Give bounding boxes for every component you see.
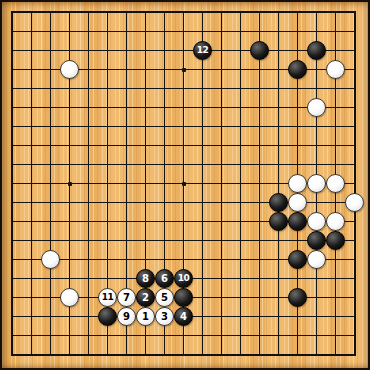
white-stone — [307, 250, 326, 269]
move-number-label: 2 — [142, 292, 149, 302]
black-stone — [250, 41, 269, 60]
black-stone — [288, 288, 307, 307]
white-stone-move-1: 1 — [136, 307, 155, 326]
black-stone-move-2: 2 — [136, 288, 155, 307]
black-stone-move-12: 12 — [193, 41, 212, 60]
black-stone — [269, 212, 288, 231]
white-stone-move-11: 11 — [98, 288, 117, 307]
black-stone — [269, 193, 288, 212]
white-stone — [307, 212, 326, 231]
stones-grid: 128610117259134 — [3, 3, 364, 364]
white-stone — [60, 288, 79, 307]
black-stone-move-10: 10 — [174, 269, 193, 288]
white-stone — [326, 60, 345, 79]
black-stone — [288, 60, 307, 79]
black-stone-move-8: 8 — [136, 269, 155, 288]
white-stone — [307, 98, 326, 117]
black-stone — [288, 212, 307, 231]
white-stone — [326, 174, 345, 193]
black-stone — [288, 250, 307, 269]
move-number-label: 1 — [142, 311, 149, 321]
white-stone — [345, 193, 364, 212]
move-number-label: 11 — [102, 293, 114, 302]
go-board[interactable]: 128610117259134 — [0, 0, 370, 370]
white-stone — [307, 174, 326, 193]
white-stone — [288, 193, 307, 212]
white-stone-move-9: 9 — [117, 307, 136, 326]
black-stone — [174, 288, 193, 307]
black-stone-move-4: 4 — [174, 307, 193, 326]
move-number-label: 5 — [161, 292, 168, 302]
white-stone-move-7: 7 — [117, 288, 136, 307]
black-stone — [307, 231, 326, 250]
move-number-label: 7 — [123, 292, 130, 302]
move-number-label: 6 — [161, 273, 168, 283]
move-number-label: 3 — [161, 311, 168, 321]
black-stone — [326, 231, 345, 250]
black-stone — [98, 307, 117, 326]
white-stone — [41, 250, 60, 269]
move-number-label: 9 — [123, 311, 130, 321]
move-number-label: 4 — [180, 311, 187, 321]
move-number-label: 8 — [142, 273, 149, 283]
move-number-label: 12 — [197, 46, 209, 55]
white-stone — [326, 212, 345, 231]
move-number-label: 10 — [178, 274, 190, 283]
white-stone-move-5: 5 — [155, 288, 174, 307]
white-stone — [288, 174, 307, 193]
black-stone — [307, 41, 326, 60]
black-stone-move-6: 6 — [155, 269, 174, 288]
white-stone-move-3: 3 — [155, 307, 174, 326]
white-stone — [60, 60, 79, 79]
